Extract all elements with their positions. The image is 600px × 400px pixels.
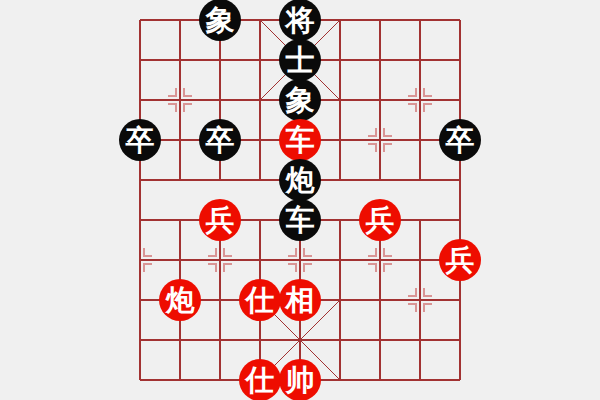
piece-black-chariot[interactable]: 车 [279, 199, 321, 241]
piece-red-soldier[interactable]: 兵 [199, 199, 241, 241]
piece-red-elephant[interactable]: 相 [279, 279, 321, 321]
piece-red-cannon[interactable]: 炮 [159, 279, 201, 321]
piece-red-advisor[interactable]: 仕 [239, 359, 281, 400]
piece-red-advisor[interactable]: 仕 [239, 279, 281, 321]
piece-black-cannon[interactable]: 炮 [279, 159, 321, 201]
piece-black-general[interactable]: 将 [279, 0, 321, 41]
piece-black-advisor[interactable]: 士 [279, 39, 321, 81]
xiangqi-board: 象将士象卒卒车卒炮兵车兵兵炮仕相仕帅 [0, 0, 600, 400]
piece-red-soldier[interactable]: 兵 [359, 199, 401, 241]
piece-black-soldier[interactable]: 卒 [199, 119, 241, 161]
board-intersection-grid: 象将士象卒卒车卒炮兵车兵兵炮仕相仕帅 [120, 0, 480, 400]
piece-red-chariot[interactable]: 车 [279, 119, 321, 161]
piece-black-soldier[interactable]: 卒 [439, 119, 481, 161]
piece-black-elephant[interactable]: 象 [199, 0, 241, 41]
piece-red-general[interactable]: 帅 [279, 359, 321, 400]
piece-black-soldier[interactable]: 卒 [119, 119, 161, 161]
piece-black-elephant[interactable]: 象 [279, 79, 321, 121]
piece-red-soldier[interactable]: 兵 [439, 239, 481, 281]
